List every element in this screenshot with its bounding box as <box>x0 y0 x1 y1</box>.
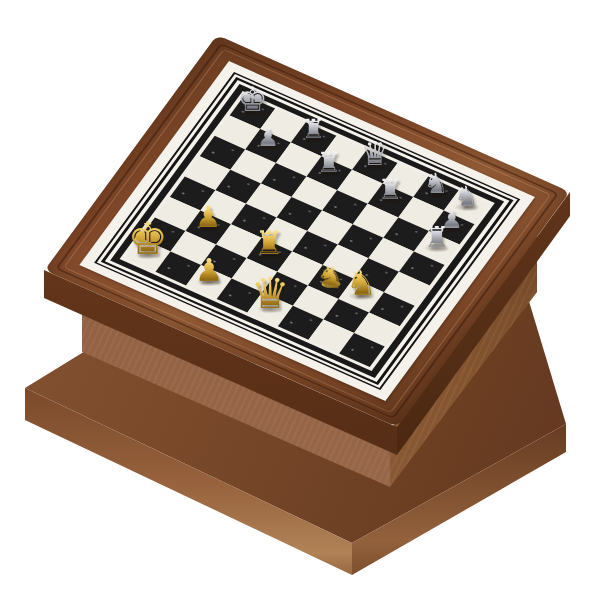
fallen-piece-base-disc <box>321 280 340 288</box>
piece-shadow <box>239 108 265 117</box>
piece-shadow <box>439 223 465 232</box>
piece-shadow <box>424 244 450 253</box>
piece-shadow <box>135 250 161 259</box>
piece-shadow <box>454 203 480 212</box>
piece-shadow <box>257 305 283 314</box>
piece-shadow <box>316 169 342 178</box>
piece-shadow <box>301 135 327 144</box>
piece-shadow <box>377 196 403 205</box>
piece-shadow <box>348 291 374 300</box>
piece-shadow <box>423 189 449 198</box>
piece-shadow <box>362 162 388 171</box>
piece-shadow <box>255 142 281 151</box>
piece-shadow <box>256 250 282 259</box>
piece-shadow <box>195 223 221 232</box>
piece-shadow <box>196 278 222 287</box>
chess-set-photo: ♚♜♟♛♜♞♜♞♟♟♜♜♚♞♟♞♛ <box>0 0 600 600</box>
